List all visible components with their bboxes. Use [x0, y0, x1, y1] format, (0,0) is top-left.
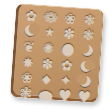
- cavity-bird[interactable]: ❦: [20, 38, 39, 54]
- cavity-paw-print[interactable]: ❃: [79, 28, 97, 42]
- cavity-flower[interactable]: ✿: [22, 9, 40, 23]
- cavity-shell[interactable]: ✽: [60, 26, 78, 40]
- cavity-gem[interactable]: ◆: [37, 72, 55, 86]
- heart-shape-icon: ♥: [77, 90, 91, 106]
- gem-shape-icon: ◆: [42, 73, 51, 85]
- shell-shape-icon: ✽: [63, 26, 75, 40]
- cavity-crescent[interactable]: ☾: [21, 23, 39, 37]
- cavity-crescent[interactable]: ☾: [77, 59, 95, 73]
- flower-shape-icon: ❀: [64, 11, 76, 25]
- cavity-star[interactable]: ★: [41, 25, 59, 39]
- bird-shape-icon: ❦: [23, 40, 35, 54]
- cavity-sparkle[interactable]: ✦: [57, 73, 75, 87]
- cavity-shell[interactable]: ✽: [38, 57, 56, 71]
- cavity-paw-print[interactable]: ❃: [80, 13, 98, 27]
- cavity-sun[interactable]: ✺: [39, 40, 58, 56]
- product-photo-scene: ✿❁❀❃☾★✽❃❦✺●☽✸✽✿☾❀◆✦☽❃●♥♥: [0, 0, 110, 110]
- scalloped-oval-shape-icon: ❁: [43, 10, 59, 24]
- heart-shape-icon: ♥: [58, 88, 72, 104]
- eight-point-star-shape-icon: ✸: [22, 56, 34, 70]
- flower-shape-icon: ✿: [25, 9, 37, 23]
- cavity-paw-print[interactable]: ❃: [17, 85, 36, 101]
- cavity-flower[interactable]: ❀: [61, 11, 79, 25]
- star-shape-icon: ★: [44, 26, 55, 38]
- hedgehog-shape-icon: ●: [37, 88, 53, 102]
- flower-shape-icon: ✿: [61, 58, 73, 72]
- paw-print-shape-icon: ❃: [19, 86, 33, 102]
- circle-shape-icon: ●: [61, 41, 75, 57]
- cavity-heart[interactable]: ♥: [56, 88, 75, 104]
- cavity-flower[interactable]: ✿: [58, 58, 76, 72]
- shell-shape-icon: ✽: [42, 57, 54, 71]
- paw-print-shape-icon: ❃: [83, 28, 95, 42]
- cavity-crescent[interactable]: ☽: [76, 74, 94, 88]
- flower-shape-icon: ❀: [21, 71, 33, 85]
- cavity-eight-point-star[interactable]: ✸: [19, 55, 37, 69]
- mold-tray-board: ✿❁❀❃☾★✽❃❦✺●☽✸✽✿☾❀◆✦☽❃●♥♥: [10, 3, 104, 103]
- cavity-hedgehog[interactable]: ●: [36, 87, 55, 103]
- sparkle-shape-icon: ✦: [60, 73, 72, 87]
- sun-shape-icon: ✺: [43, 41, 55, 55]
- cavity-flower[interactable]: ❀: [18, 70, 36, 84]
- paw-print-shape-icon: ❃: [84, 13, 96, 27]
- cavity-crescent[interactable]: ☽: [78, 43, 97, 59]
- cavity-circle[interactable]: ●: [59, 41, 78, 57]
- cavity-scalloped-oval[interactable]: ❁: [42, 10, 60, 24]
- cavity-heart[interactable]: ♥: [75, 89, 94, 105]
